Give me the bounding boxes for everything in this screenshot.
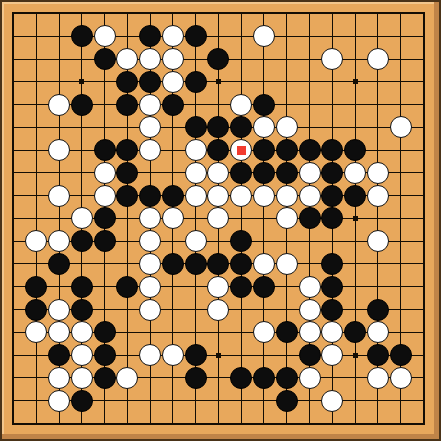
go-diagram: [0, 0, 441, 441]
white-stone: [367, 230, 389, 252]
star-point: [353, 216, 358, 221]
black-stone: [71, 299, 93, 321]
white-stone: [299, 276, 321, 298]
star-point: [216, 353, 221, 358]
black-stone: [71, 94, 93, 116]
white-stone: [162, 71, 184, 93]
white-stone: [390, 116, 412, 138]
white-stone: [94, 162, 116, 184]
black-stone: [48, 344, 70, 366]
black-stone: [185, 344, 207, 366]
black-stone: [230, 276, 252, 298]
black-stone: [230, 253, 252, 275]
white-stone: [299, 185, 321, 207]
white-stone: [207, 276, 229, 298]
white-stone: [139, 48, 161, 70]
black-stone: [299, 139, 321, 161]
black-stone: [94, 230, 116, 252]
white-stone: [48, 390, 70, 412]
black-stone: [94, 367, 116, 389]
go-board[interactable]: [0, 0, 441, 441]
white-stone: [139, 253, 161, 275]
white-stone: [253, 253, 275, 275]
star-point: [353, 353, 358, 358]
white-stone: [139, 94, 161, 116]
black-stone: [321, 276, 343, 298]
black-stone: [116, 71, 138, 93]
black-stone: [116, 276, 138, 298]
white-stone: [276, 207, 298, 229]
white-stone: [48, 299, 70, 321]
black-stone: [94, 321, 116, 343]
black-stone: [94, 48, 116, 70]
black-stone: [185, 367, 207, 389]
black-stone: [253, 94, 275, 116]
star-point: [79, 79, 84, 84]
star-point: [353, 79, 358, 84]
white-stone: [299, 299, 321, 321]
white-stone: [139, 299, 161, 321]
black-stone: [276, 367, 298, 389]
white-stone: [185, 230, 207, 252]
black-stone: [25, 276, 47, 298]
white-stone: [71, 344, 93, 366]
white-stone: [48, 367, 70, 389]
black-stone: [25, 299, 47, 321]
star-point: [216, 79, 221, 84]
black-stone: [367, 299, 389, 321]
white-stone: [185, 162, 207, 184]
white-stone: [253, 185, 275, 207]
black-stone: [299, 344, 321, 366]
white-stone: [116, 367, 138, 389]
white-stone: [162, 48, 184, 70]
white-stone: [94, 185, 116, 207]
white-stone: [230, 185, 252, 207]
white-stone: [162, 25, 184, 47]
black-stone: [253, 276, 275, 298]
black-stone: [185, 25, 207, 47]
white-stone: [207, 185, 229, 207]
black-stone: [276, 162, 298, 184]
white-stone: [185, 185, 207, 207]
black-stone: [94, 344, 116, 366]
black-stone: [344, 185, 366, 207]
black-stone: [299, 207, 321, 229]
black-stone: [71, 276, 93, 298]
black-stone: [321, 299, 343, 321]
white-stone: [207, 299, 229, 321]
black-stone: [139, 185, 161, 207]
black-stone: [162, 94, 184, 116]
black-stone: [230, 162, 252, 184]
black-stone: [162, 253, 184, 275]
white-stone: [390, 367, 412, 389]
black-stone: [116, 94, 138, 116]
black-stone: [48, 253, 70, 275]
white-stone: [276, 116, 298, 138]
white-stone: [48, 139, 70, 161]
black-stone: [71, 25, 93, 47]
white-stone: [230, 94, 252, 116]
black-stone: [94, 139, 116, 161]
black-stone: [71, 230, 93, 252]
black-stone: [230, 367, 252, 389]
red-square-marker: [237, 146, 246, 155]
white-stone: [299, 367, 321, 389]
white-stone: [71, 367, 93, 389]
black-stone: [253, 367, 275, 389]
white-stone: [299, 321, 321, 343]
black-stone: [94, 207, 116, 229]
white-stone: [299, 162, 321, 184]
white-stone: [367, 321, 389, 343]
white-stone: [162, 344, 184, 366]
white-stone: [48, 185, 70, 207]
black-stone: [253, 139, 275, 161]
black-stone: [116, 185, 138, 207]
white-stone: [276, 253, 298, 275]
white-stone: [139, 344, 161, 366]
white-stone: [367, 48, 389, 70]
white-stone: [344, 162, 366, 184]
white-stone: [139, 276, 161, 298]
black-stone: [162, 185, 184, 207]
black-stone: [321, 185, 343, 207]
black-stone: [321, 162, 343, 184]
black-stone: [185, 71, 207, 93]
black-stone: [367, 344, 389, 366]
white-stone: [71, 321, 93, 343]
black-stone: [390, 344, 412, 366]
black-stone: [276, 390, 298, 412]
white-stone: [48, 94, 70, 116]
black-stone: [253, 162, 275, 184]
white-stone: [276, 185, 298, 207]
black-stone: [185, 116, 207, 138]
black-stone: [71, 390, 93, 412]
white-stone: [94, 25, 116, 47]
black-stone: [276, 321, 298, 343]
black-stone: [276, 139, 298, 161]
white-stone: [367, 185, 389, 207]
white-stone: [185, 139, 207, 161]
black-stone: [185, 253, 207, 275]
white-stone: [367, 162, 389, 184]
black-stone: [344, 139, 366, 161]
white-stone: [367, 367, 389, 389]
white-stone: [321, 390, 343, 412]
black-stone: [139, 71, 161, 93]
